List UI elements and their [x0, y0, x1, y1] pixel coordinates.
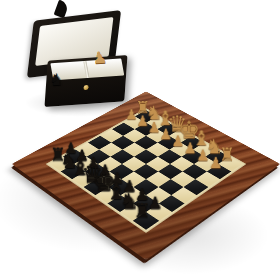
spare-black-piece-icon: ♞ [49, 71, 64, 88]
storage-box: ♟ ♞ [24, 10, 136, 110]
piece-white-pawn-h2: ♟ [204, 155, 228, 173]
box-body: ♟ ♞ [44, 55, 127, 107]
chess-set-photo: ♟ ♞ ♜♞♝♛♚♝♞♜♟♟♟♟♟♟♟♟♟♟♟♟♟♟♟♟♜♞♝♛♚♝♞♜ [0, 0, 280, 280]
box-clasp [84, 85, 89, 90]
box-divider [83, 61, 89, 78]
spare-white-pawn-icon: ♟ [91, 50, 108, 67]
chess-board: ♜♞♝♛♚♝♞♜♟♟♟♟♟♟♟♟♟♟♟♟♟♟♟♟♜♞♝♛♚♝♞♜ [12, 91, 280, 260]
piece-black-rook-h8: ♜ [129, 200, 155, 223]
